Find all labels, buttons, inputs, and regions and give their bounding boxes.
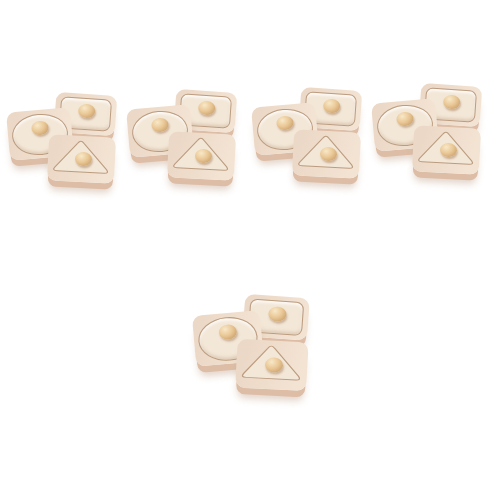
triangle-puzzle-board	[292, 129, 361, 178]
triangle-puzzle-board	[47, 134, 116, 183]
puzzle-set-4	[373, 85, 485, 183]
triangle-puzzle-board	[235, 339, 308, 391]
wooden-knob	[439, 142, 457, 157]
puzzle-set-2	[128, 91, 240, 189]
puzzle-set-1	[8, 94, 120, 192]
puzzle-set-3	[253, 89, 365, 187]
triangle-puzzle-board	[167, 131, 236, 180]
wooden-knob	[74, 151, 92, 166]
triangle-puzzle-board	[412, 125, 481, 174]
wooden-knob	[264, 357, 283, 373]
wooden-knob	[319, 146, 337, 161]
puzzle-set-5	[194, 296, 313, 400]
wooden-knob	[442, 94, 460, 109]
wooden-knob	[267, 306, 286, 322]
wooden-knob	[77, 103, 95, 118]
wooden-knob	[197, 100, 215, 115]
product-photo	[0, 0, 500, 500]
wooden-knob	[322, 98, 340, 113]
wooden-knob	[194, 148, 212, 163]
